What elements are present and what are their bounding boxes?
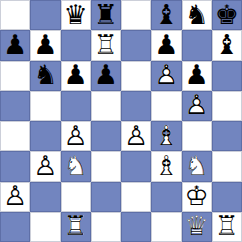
square-a7[interactable]: ♟ <box>0 30 30 60</box>
square-f5[interactable] <box>151 91 181 121</box>
piece-outline: ♙ <box>64 120 88 151</box>
black-pawn[interactable]: ♟ <box>94 61 118 88</box>
white-bishop[interactable]: ♝♗ <box>154 152 178 179</box>
square-b2[interactable] <box>30 182 60 212</box>
square-h3[interactable] <box>212 151 242 181</box>
piece-outline: ♙ <box>33 150 57 181</box>
black-pawn[interactable]: ♟ <box>33 31 57 58</box>
white-queen[interactable]: ♛♕ <box>185 212 209 239</box>
square-d6[interactable]: ♟ <box>91 61 121 91</box>
square-d7[interactable]: ♜♖ <box>91 30 121 60</box>
square-g8[interactable]: ♞ <box>182 0 212 30</box>
piece-outline: ♘ <box>64 150 88 181</box>
white-pawn[interactable]: ♟♙ <box>124 122 148 149</box>
square-f2[interactable] <box>151 182 181 212</box>
piece-outline: ♗ <box>154 120 178 151</box>
black-bishop[interactable]: ♝ <box>215 31 239 58</box>
square-d2[interactable] <box>91 182 121 212</box>
square-b1[interactable] <box>30 212 60 242</box>
black-pawn[interactable]: ♟ <box>3 31 27 58</box>
black-knight[interactable]: ♞ <box>185 1 209 28</box>
white-king[interactable]: ♚♔ <box>185 182 209 209</box>
piece-outline: ♖ <box>215 210 239 241</box>
square-a2[interactable]: ♟♙ <box>0 182 30 212</box>
black-bishop[interactable]: ♝ <box>154 1 178 28</box>
chess-board: ♛♜♝♞♚♟♟♜♖♟♝♞♟♟♟♙♟♟♙♟♙♟♙♝♗♟♙♞♘♝♗♞♘♟♙♚♔♜♖♛… <box>0 0 242 242</box>
square-d1[interactable] <box>91 212 121 242</box>
black-pawn[interactable]: ♟ <box>64 61 88 88</box>
square-c3[interactable]: ♞♘ <box>61 151 91 181</box>
square-b7[interactable]: ♟ <box>30 30 60 60</box>
black-pawn[interactable]: ♟ <box>154 31 178 58</box>
square-d5[interactable] <box>91 91 121 121</box>
black-king[interactable]: ♚ <box>215 1 239 28</box>
piece-outline: ♗ <box>154 150 178 181</box>
square-f3[interactable]: ♝♗ <box>151 151 181 181</box>
square-d4[interactable] <box>91 121 121 151</box>
square-e8[interactable] <box>121 0 151 30</box>
black-rook[interactable]: ♜ <box>94 1 118 28</box>
square-b5[interactable] <box>30 91 60 121</box>
white-pawn[interactable]: ♟♙ <box>185 91 209 118</box>
piece-outline: ♘ <box>185 150 209 181</box>
square-e3[interactable] <box>121 151 151 181</box>
piece-outline: ♖ <box>94 29 118 60</box>
square-b6[interactable]: ♞ <box>30 61 60 91</box>
square-g1[interactable]: ♛♕ <box>182 212 212 242</box>
white-knight[interactable]: ♞♘ <box>185 152 209 179</box>
square-f7[interactable]: ♟ <box>151 30 181 60</box>
piece-outline: ♙ <box>154 59 178 90</box>
square-e4[interactable]: ♟♙ <box>121 121 151 151</box>
piece-outline: ♙ <box>3 180 27 211</box>
square-b8[interactable] <box>30 0 60 30</box>
square-e2[interactable] <box>121 182 151 212</box>
square-c4[interactable]: ♟♙ <box>61 121 91 151</box>
square-g2[interactable]: ♚♔ <box>182 182 212 212</box>
square-c7[interactable] <box>61 30 91 60</box>
black-knight[interactable]: ♞ <box>33 61 57 88</box>
piece-outline: ♕ <box>185 210 209 241</box>
piece-outline: ♙ <box>124 120 148 151</box>
square-a8[interactable] <box>0 0 30 30</box>
square-f8[interactable]: ♝ <box>151 0 181 30</box>
square-e6[interactable] <box>121 61 151 91</box>
square-e1[interactable] <box>121 212 151 242</box>
square-g4[interactable] <box>182 121 212 151</box>
white-pawn[interactable]: ♟♙ <box>154 61 178 88</box>
square-h6[interactable] <box>212 61 242 91</box>
square-f4[interactable]: ♝♗ <box>151 121 181 151</box>
white-pawn[interactable]: ♟♙ <box>64 122 88 149</box>
square-d8[interactable]: ♜ <box>91 0 121 30</box>
square-h2[interactable] <box>212 182 242 212</box>
square-c8[interactable]: ♛ <box>61 0 91 30</box>
square-a1[interactable] <box>0 212 30 242</box>
square-h7[interactable]: ♝ <box>212 30 242 60</box>
white-pawn[interactable]: ♟♙ <box>3 182 27 209</box>
square-c6[interactable]: ♟ <box>61 61 91 91</box>
white-pawn[interactable]: ♟♙ <box>33 152 57 179</box>
white-bishop[interactable]: ♝♗ <box>154 122 178 149</box>
square-h8[interactable]: ♚ <box>212 0 242 30</box>
black-pawn[interactable]: ♟ <box>185 61 209 88</box>
square-c2[interactable] <box>61 182 91 212</box>
square-g7[interactable] <box>182 30 212 60</box>
square-c1[interactable]: ♜♖ <box>61 212 91 242</box>
white-rook[interactable]: ♜♖ <box>94 31 118 58</box>
square-a4[interactable] <box>0 121 30 151</box>
white-rook[interactable]: ♜♖ <box>215 212 239 239</box>
square-a6[interactable] <box>0 61 30 91</box>
square-g6[interactable]: ♟ <box>182 61 212 91</box>
square-h1[interactable]: ♜♖ <box>212 212 242 242</box>
white-knight[interactable]: ♞♘ <box>64 152 88 179</box>
square-h4[interactable] <box>212 121 242 151</box>
square-b4[interactable] <box>30 121 60 151</box>
square-a3[interactable] <box>0 151 30 181</box>
piece-outline: ♔ <box>185 180 209 211</box>
square-c5[interactable] <box>61 91 91 121</box>
square-a5[interactable] <box>0 91 30 121</box>
white-rook[interactable]: ♜♖ <box>64 212 88 239</box>
square-d3[interactable] <box>91 151 121 181</box>
piece-outline: ♖ <box>64 210 88 241</box>
square-f1[interactable] <box>151 212 181 242</box>
square-e5[interactable] <box>121 91 151 121</box>
square-f6[interactable]: ♟♙ <box>151 61 181 91</box>
piece-outline: ♙ <box>185 89 209 120</box>
square-h5[interactable] <box>212 91 242 121</box>
square-b3[interactable]: ♟♙ <box>30 151 60 181</box>
square-g3[interactable]: ♞♘ <box>182 151 212 181</box>
square-e7[interactable] <box>121 30 151 60</box>
black-queen[interactable]: ♛ <box>64 1 88 28</box>
square-g5[interactable]: ♟♙ <box>182 91 212 121</box>
